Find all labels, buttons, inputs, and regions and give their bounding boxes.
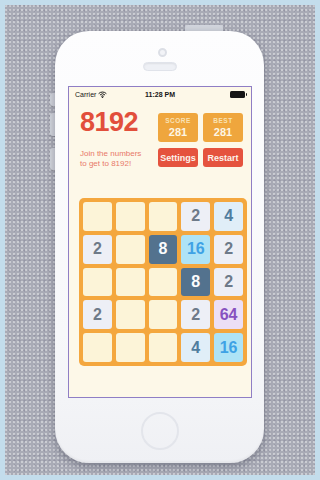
tile-4-r1c5: 4 [214,202,243,231]
tile-16-r2c4: 16 [181,235,210,264]
empty-cell-r4c3 [149,300,178,329]
score-box: SCORE 281 [158,113,198,142]
empty-cell-r3c1 [83,268,112,297]
tile-4-r5c4: 4 [181,333,210,362]
subtitle-line-1: Join the numbers [80,149,141,159]
empty-cell-r5c1 [83,333,112,362]
empty-cell-r1c2 [116,202,145,231]
battery-icon [230,91,245,98]
tile-2-r2c5: 2 [214,235,243,264]
status-bar: 11:28 PM Carrier [69,87,251,102]
score-label: SCORE [165,117,191,124]
tile-16-r5c5: 16 [214,333,243,362]
empty-cell-r5c2 [116,333,145,362]
front-camera [158,48,167,57]
best-label: BEST [213,117,232,124]
device-mockup-canvas: 11:28 PM Carrier 8192 Join the numbers t… [0,0,320,480]
tile-8-r3c4: 8 [181,268,210,297]
earpiece-speaker [143,62,177,71]
score-value: 281 [169,126,187,138]
tile-2-r4c4: 2 [181,300,210,329]
restart-button[interactable]: Restart [203,148,243,167]
tile-2-r4c1: 2 [83,300,112,329]
empty-cell-r3c3 [149,268,178,297]
status-time: 11:28 PM [69,91,251,98]
empty-cell-r5c3 [149,333,178,362]
app-screen: 11:28 PM Carrier 8192 Join the numbers t… [68,86,252,398]
home-button[interactable] [141,412,179,450]
app-title: 8192 [80,109,138,136]
empty-cell-r2c2 [116,235,145,264]
app-subtitle: Join the numbers to get to 8192! [80,149,141,168]
subtitle-line-2: to get to 8192! [80,159,141,169]
tile-64-r4c5: 64 [214,300,243,329]
empty-cell-r1c3 [149,202,178,231]
best-value: 281 [214,126,232,138]
empty-cell-r4c2 [116,300,145,329]
game-board[interactable]: 2428162822264416 [79,198,247,366]
empty-cell-r3c2 [116,268,145,297]
settings-button[interactable]: Settings [158,148,198,167]
tile-2-r3c5: 2 [214,268,243,297]
best-box: BEST 281 [203,113,243,142]
tile-2-r1c4: 2 [181,202,210,231]
empty-cell-r1c1 [83,202,112,231]
tile-8-r2c3: 8 [149,235,178,264]
tile-2-r2c1: 2 [83,235,112,264]
